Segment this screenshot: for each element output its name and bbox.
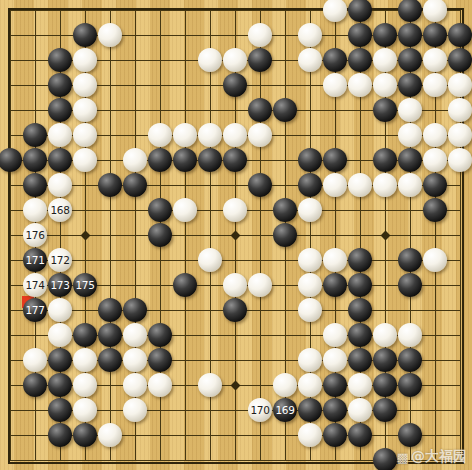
stone-white[interactable] bbox=[123, 398, 147, 422]
stone-black[interactable] bbox=[23, 148, 47, 172]
stone-white[interactable] bbox=[73, 398, 97, 422]
stone-white[interactable] bbox=[398, 123, 422, 147]
stone-black[interactable] bbox=[23, 373, 47, 397]
stone-black[interactable] bbox=[373, 373, 397, 397]
stone-white[interactable] bbox=[323, 248, 347, 272]
stone-black[interactable] bbox=[173, 273, 197, 297]
stone-black[interactable] bbox=[48, 98, 72, 122]
stone-white[interactable] bbox=[373, 323, 397, 347]
stone-white[interactable] bbox=[348, 73, 372, 97]
stone-black[interactable] bbox=[148, 148, 172, 172]
stone-black[interactable] bbox=[398, 23, 422, 47]
move-number-label: 174 bbox=[23, 273, 47, 297]
stone-white[interactable] bbox=[373, 73, 397, 97]
stone-black[interactable]: 169 bbox=[273, 398, 297, 422]
stone-black[interactable] bbox=[298, 398, 322, 422]
stone-black[interactable]: 177 bbox=[23, 298, 47, 322]
stone-white[interactable] bbox=[348, 373, 372, 397]
stone-white[interactable] bbox=[423, 48, 447, 72]
stone-black[interactable] bbox=[198, 148, 222, 172]
stone-black[interactable] bbox=[73, 23, 97, 47]
stone-white[interactable] bbox=[198, 373, 222, 397]
grid-line-h bbox=[10, 260, 460, 261]
stone-white[interactable] bbox=[448, 73, 472, 97]
stone-white[interactable] bbox=[373, 173, 397, 197]
stone-black[interactable] bbox=[423, 198, 447, 222]
stone-black[interactable] bbox=[223, 73, 247, 97]
stone-white[interactable] bbox=[198, 48, 222, 72]
grid-line-v bbox=[260, 10, 261, 460]
stone-white[interactable] bbox=[448, 148, 472, 172]
stone-white[interactable] bbox=[123, 323, 147, 347]
stone-black[interactable] bbox=[123, 298, 147, 322]
stone-white[interactable] bbox=[298, 373, 322, 397]
stone-black[interactable] bbox=[223, 148, 247, 172]
stone-white[interactable] bbox=[373, 48, 397, 72]
move-number-label: 168 bbox=[48, 198, 72, 222]
stone-black[interactable] bbox=[373, 148, 397, 172]
stone-black[interactable] bbox=[323, 273, 347, 297]
stone-black[interactable] bbox=[98, 348, 122, 372]
stone-black[interactable] bbox=[323, 148, 347, 172]
stone-black[interactable] bbox=[398, 73, 422, 97]
stone-white[interactable] bbox=[123, 148, 147, 172]
stone-white[interactable] bbox=[148, 373, 172, 397]
stone-white[interactable] bbox=[298, 198, 322, 222]
stone-white[interactable] bbox=[398, 173, 422, 197]
stone-white[interactable] bbox=[73, 73, 97, 97]
stone-black[interactable] bbox=[48, 373, 72, 397]
stone-black[interactable] bbox=[348, 23, 372, 47]
stone-white[interactable] bbox=[23, 198, 47, 222]
stone-black[interactable] bbox=[373, 98, 397, 122]
stone-white[interactable] bbox=[423, 73, 447, 97]
stone-black[interactable] bbox=[323, 398, 347, 422]
stone-white[interactable] bbox=[448, 98, 472, 122]
stone-white[interactable] bbox=[73, 48, 97, 72]
watermark: ▩ @大福园 bbox=[397, 448, 467, 466]
move-number-label: 169 bbox=[273, 398, 297, 422]
stone-white[interactable] bbox=[248, 23, 272, 47]
stone-white[interactable] bbox=[23, 348, 47, 372]
stone-black[interactable] bbox=[398, 248, 422, 272]
stone-black[interactable] bbox=[448, 48, 472, 72]
stone-white[interactable]: 172 bbox=[48, 248, 72, 272]
stone-white[interactable] bbox=[48, 123, 72, 147]
stone-black[interactable] bbox=[98, 323, 122, 347]
stone-black[interactable] bbox=[348, 423, 372, 447]
stone-black[interactable]: 173 bbox=[48, 273, 72, 297]
stone-black[interactable] bbox=[298, 173, 322, 197]
stone-white[interactable]: 174 bbox=[23, 273, 47, 297]
stone-white[interactable]: 176 bbox=[23, 223, 47, 247]
stone-black[interactable] bbox=[23, 123, 47, 147]
stone-white[interactable] bbox=[248, 123, 272, 147]
stone-white[interactable] bbox=[398, 323, 422, 347]
move-number-label: 175 bbox=[73, 273, 97, 297]
stone-white[interactable] bbox=[298, 248, 322, 272]
stone-black[interactable] bbox=[48, 73, 72, 97]
move-number-label: 173 bbox=[48, 273, 72, 297]
stone-white[interactable] bbox=[48, 298, 72, 322]
stone-black[interactable] bbox=[398, 423, 422, 447]
stone-white[interactable] bbox=[348, 173, 372, 197]
stone-white[interactable] bbox=[173, 123, 197, 147]
stone-white[interactable] bbox=[73, 98, 97, 122]
stone-black[interactable] bbox=[348, 323, 372, 347]
stone-black[interactable] bbox=[148, 223, 172, 247]
stone-white[interactable] bbox=[423, 148, 447, 172]
stone-white[interactable] bbox=[298, 348, 322, 372]
stone-black[interactable] bbox=[398, 348, 422, 372]
stone-black[interactable] bbox=[398, 148, 422, 172]
stone-white[interactable] bbox=[323, 323, 347, 347]
stone-black[interactable] bbox=[148, 323, 172, 347]
stone-black[interactable] bbox=[298, 148, 322, 172]
stone-black[interactable] bbox=[73, 323, 97, 347]
stone-black[interactable] bbox=[373, 348, 397, 372]
stone-black[interactable] bbox=[373, 398, 397, 422]
stone-black[interactable] bbox=[148, 348, 172, 372]
stone-black[interactable] bbox=[323, 48, 347, 72]
stone-black[interactable] bbox=[373, 23, 397, 47]
stone-black[interactable] bbox=[348, 273, 372, 297]
stone-white[interactable] bbox=[448, 123, 472, 147]
stone-black[interactable] bbox=[223, 298, 247, 322]
stone-white[interactable] bbox=[48, 173, 72, 197]
stone-black[interactable] bbox=[23, 173, 47, 197]
stone-white[interactable] bbox=[323, 73, 347, 97]
stone-black[interactable]: 171 bbox=[23, 248, 47, 272]
stone-white[interactable] bbox=[73, 348, 97, 372]
stone-black[interactable] bbox=[423, 23, 447, 47]
stone-black[interactable] bbox=[248, 98, 272, 122]
stone-white[interactable]: 170 bbox=[248, 398, 272, 422]
stone-black[interactable] bbox=[348, 48, 372, 72]
stone-white[interactable] bbox=[273, 373, 297, 397]
stone-white[interactable] bbox=[98, 423, 122, 447]
stone-white[interactable] bbox=[198, 248, 222, 272]
stone-white[interactable] bbox=[423, 123, 447, 147]
stone-black[interactable]: 175 bbox=[73, 273, 97, 297]
stone-white[interactable] bbox=[423, 248, 447, 272]
stone-white[interactable]: 168 bbox=[48, 198, 72, 222]
stone-black[interactable] bbox=[48, 348, 72, 372]
stone-white[interactable] bbox=[323, 348, 347, 372]
stone-black[interactable] bbox=[273, 98, 297, 122]
stone-black[interactable] bbox=[148, 198, 172, 222]
stone-white[interactable] bbox=[173, 198, 197, 222]
stone-black[interactable] bbox=[273, 223, 297, 247]
stone-white[interactable] bbox=[123, 373, 147, 397]
stone-black[interactable] bbox=[48, 398, 72, 422]
stone-white[interactable] bbox=[248, 273, 272, 297]
stone-white[interactable] bbox=[298, 298, 322, 322]
stone-black[interactable] bbox=[348, 298, 372, 322]
stone-white[interactable] bbox=[298, 273, 322, 297]
stone-black[interactable] bbox=[398, 373, 422, 397]
stone-black[interactable] bbox=[173, 148, 197, 172]
move-number-label: 170 bbox=[248, 398, 272, 422]
move-number-label: 171 bbox=[23, 248, 47, 272]
stone-white[interactable] bbox=[48, 323, 72, 347]
stone-black[interactable] bbox=[98, 173, 122, 197]
move-number-label: 177 bbox=[23, 298, 47, 322]
stone-white[interactable] bbox=[73, 123, 97, 147]
stone-black[interactable] bbox=[348, 248, 372, 272]
stone-black[interactable] bbox=[348, 348, 372, 372]
stone-white[interactable] bbox=[298, 23, 322, 47]
stone-black[interactable] bbox=[398, 273, 422, 297]
stone-black[interactable] bbox=[48, 423, 72, 447]
stone-white[interactable] bbox=[123, 348, 147, 372]
stone-black[interactable] bbox=[248, 173, 272, 197]
stone-black[interactable] bbox=[323, 423, 347, 447]
stone-white[interactable] bbox=[323, 173, 347, 197]
stone-white[interactable] bbox=[223, 48, 247, 72]
stone-black[interactable] bbox=[123, 173, 147, 197]
stone-black[interactable] bbox=[48, 148, 72, 172]
stone-white[interactable] bbox=[298, 423, 322, 447]
stone-white[interactable] bbox=[98, 23, 122, 47]
stone-black[interactable] bbox=[448, 23, 472, 47]
stone-white[interactable] bbox=[73, 148, 97, 172]
move-number-label: 176 bbox=[23, 223, 47, 247]
stone-white[interactable] bbox=[348, 398, 372, 422]
stone-black[interactable] bbox=[398, 48, 422, 72]
watermark-text: @大福园 bbox=[411, 448, 467, 466]
stone-black[interactable] bbox=[73, 423, 97, 447]
stone-black[interactable] bbox=[373, 448, 397, 470]
stone-white[interactable] bbox=[148, 123, 172, 147]
move-number-label: 172 bbox=[48, 248, 72, 272]
stone-white[interactable] bbox=[223, 198, 247, 222]
stone-white[interactable] bbox=[73, 373, 97, 397]
stone-black[interactable] bbox=[48, 48, 72, 72]
stone-black[interactable] bbox=[423, 173, 447, 197]
stone-white[interactable] bbox=[223, 123, 247, 147]
go-app: 168176171172174173175177170169 ▩ @大福园 bbox=[0, 0, 472, 470]
go-board[interactable]: 168176171172174173175177170169 bbox=[0, 0, 472, 470]
stone-white[interactable] bbox=[223, 273, 247, 297]
watermark-avatar-icon: ▩ bbox=[397, 451, 409, 464]
stone-black[interactable] bbox=[323, 373, 347, 397]
stone-white[interactable] bbox=[298, 48, 322, 72]
stone-white[interactable] bbox=[198, 123, 222, 147]
stone-black[interactable] bbox=[98, 298, 122, 322]
stone-black[interactable] bbox=[273, 198, 297, 222]
stone-black[interactable] bbox=[248, 48, 272, 72]
stone-white[interactable] bbox=[398, 98, 422, 122]
